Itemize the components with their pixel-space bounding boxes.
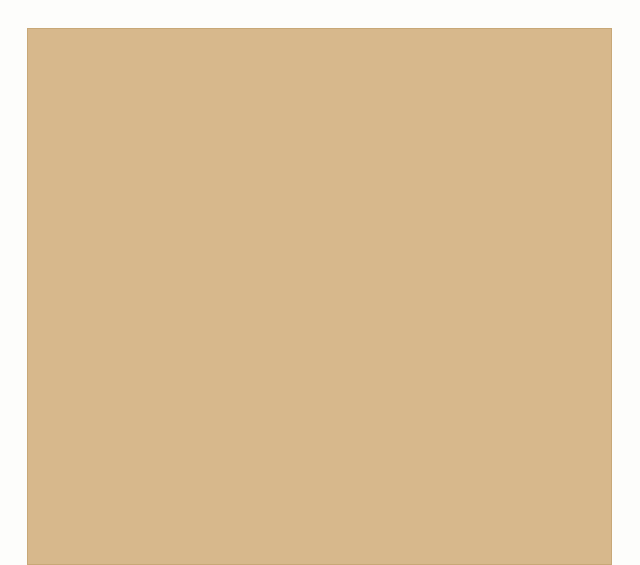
- board-stones-grid[interactable]: [31, 31, 608, 565]
- go-board-diagram: [0, 0, 640, 565]
